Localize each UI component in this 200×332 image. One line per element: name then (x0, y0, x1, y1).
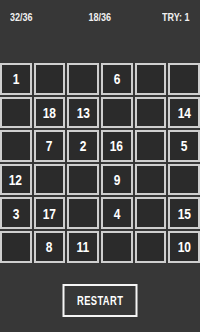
cell-number: 5 (181, 138, 188, 153)
cell-r3c4[interactable]: 16 (101, 130, 133, 162)
cell-number: 10 (177, 239, 190, 254)
cell-r4c1[interactable]: 12 (0, 164, 32, 196)
cell-number: 1 (12, 71, 19, 86)
cell-number: 14 (177, 105, 190, 120)
restart-button-label: RESTART (77, 295, 123, 307)
cell-number: 15 (177, 206, 190, 221)
cell-number: 6 (113, 71, 120, 86)
cell-number: 18 (43, 105, 56, 120)
cell-r3c1[interactable] (0, 130, 32, 162)
cell-number: 11 (77, 239, 90, 254)
cell-r3c2[interactable]: 7 (34, 130, 66, 162)
cell-r5c2[interactable]: 17 (34, 197, 66, 229)
cell-r2c5[interactable] (135, 97, 167, 129)
cell-r6c5[interactable] (135, 231, 167, 263)
cell-r6c4[interactable] (101, 231, 133, 263)
cell-r6c1[interactable] (0, 231, 32, 263)
moves-counter: 32/36 (10, 11, 33, 23)
cell-r4c4[interactable]: 9 (101, 164, 133, 196)
cell-r1c2[interactable] (34, 63, 66, 95)
cell-r1c6[interactable] (168, 63, 200, 95)
status-bar: 32/36 18/36 TRY: 1 (0, 0, 200, 26)
cell-number: 16 (110, 138, 123, 153)
cell-r5c5[interactable] (135, 197, 167, 229)
cell-r2c3[interactable]: 13 (67, 97, 99, 129)
cell-number: 3 (12, 206, 19, 221)
cell-r3c6[interactable]: 5 (168, 130, 200, 162)
cell-r6c2[interactable]: 8 (34, 231, 66, 263)
cell-r4c5[interactable] (135, 164, 167, 196)
cell-r2c4[interactable] (101, 97, 133, 129)
restart-button[interactable]: RESTART (63, 284, 138, 317)
board: 161813147216512931741581110 (0, 63, 200, 263)
cell-number: 13 (76, 105, 89, 120)
try-counter: TRY: 1 (162, 11, 190, 23)
cell-r5c3[interactable] (67, 197, 99, 229)
cell-r1c1[interactable]: 1 (0, 63, 32, 95)
cell-r2c2[interactable]: 18 (34, 97, 66, 129)
cell-r1c5[interactable] (135, 63, 167, 95)
cell-r5c6[interactable]: 15 (168, 197, 200, 229)
cell-number: 8 (46, 239, 53, 254)
cell-r1c4[interactable]: 6 (101, 63, 133, 95)
cell-r4c2[interactable] (34, 164, 66, 196)
cell-r6c3[interactable]: 11 (67, 231, 99, 263)
cell-r3c3[interactable]: 2 (67, 130, 99, 162)
cell-r4c3[interactable] (67, 164, 99, 196)
cell-number: 9 (113, 172, 120, 187)
cell-r4c6[interactable] (168, 164, 200, 196)
cell-number: 7 (46, 138, 53, 153)
cell-r2c6[interactable]: 14 (168, 97, 200, 129)
cell-number: 4 (113, 206, 120, 221)
cell-number: 17 (43, 206, 56, 221)
cell-number: 2 (80, 138, 87, 153)
cell-r5c4[interactable]: 4 (101, 197, 133, 229)
cell-r5c1[interactable]: 3 (0, 197, 32, 229)
cell-r3c5[interactable] (135, 130, 167, 162)
cell-r1c3[interactable] (67, 63, 99, 95)
cell-r2c1[interactable] (0, 97, 32, 129)
cell-number: 12 (9, 172, 22, 187)
revealed-counter: 18/36 (89, 11, 112, 23)
cell-r6c6[interactable]: 10 (168, 231, 200, 263)
